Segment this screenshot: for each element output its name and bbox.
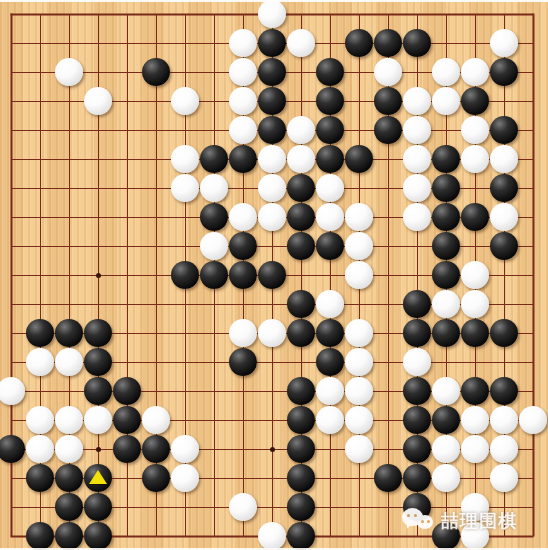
white-stone [432, 58, 460, 86]
white-stone [461, 116, 489, 144]
black-stone [403, 29, 431, 57]
black-stone [403, 464, 431, 492]
black-stone [490, 232, 518, 260]
white-stone [345, 232, 373, 260]
go-diagram: 喆理围棋 [0, 0, 548, 550]
white-stone [490, 29, 518, 57]
black-stone [258, 261, 286, 289]
black-stone [316, 116, 344, 144]
black-stone [287, 522, 315, 550]
white-stone [432, 464, 460, 492]
black-stone [345, 145, 373, 173]
black-stone [490, 174, 518, 202]
white-stone [461, 406, 489, 434]
grid-line-vertical [533, 14, 534, 536]
star-point [96, 447, 101, 452]
white-stone [345, 348, 373, 376]
white-stone [374, 58, 402, 86]
star-point [96, 273, 101, 278]
black-stone [403, 406, 431, 434]
white-stone [258, 522, 286, 550]
black-stone [374, 87, 402, 115]
black-stone [113, 406, 141, 434]
black-stone [316, 58, 344, 86]
black-stone [345, 29, 373, 57]
black-stone [316, 145, 344, 173]
white-stone [432, 290, 460, 318]
black-stone [113, 435, 141, 463]
white-stone [0, 377, 25, 405]
white-stone [345, 435, 373, 463]
black-stone [432, 406, 460, 434]
white-stone [432, 377, 460, 405]
black-stone [432, 522, 460, 550]
black-stone [200, 203, 228, 231]
black-stone [432, 319, 460, 347]
black-stone [461, 87, 489, 115]
black-stone [287, 377, 315, 405]
white-stone [26, 435, 54, 463]
white-stone [84, 406, 112, 434]
white-stone [490, 145, 518, 173]
white-stone [490, 435, 518, 463]
black-stone [26, 319, 54, 347]
white-stone [345, 319, 373, 347]
white-stone [403, 174, 431, 202]
white-stone [403, 87, 431, 115]
black-stone [142, 435, 170, 463]
black-stone [287, 319, 315, 347]
white-stone [171, 87, 199, 115]
white-stone [461, 290, 489, 318]
black-stone [142, 58, 170, 86]
white-stone [84, 87, 112, 115]
black-stone [287, 464, 315, 492]
white-stone [519, 406, 547, 434]
black-stone [374, 116, 402, 144]
black-stone [287, 203, 315, 231]
black-stone [287, 232, 315, 260]
white-stone [461, 493, 489, 521]
white-stone [345, 377, 373, 405]
black-stone [84, 522, 112, 550]
black-stone [490, 116, 518, 144]
white-stone [403, 116, 431, 144]
white-stone [229, 87, 257, 115]
black-stone [55, 464, 83, 492]
white-stone [287, 116, 315, 144]
black-stone [287, 493, 315, 521]
white-stone [461, 145, 489, 173]
black-stone [432, 232, 460, 260]
black-stone [374, 29, 402, 57]
black-stone [403, 290, 431, 318]
white-stone [229, 29, 257, 57]
black-stone [258, 87, 286, 115]
black-stone [316, 348, 344, 376]
black-stone [258, 58, 286, 86]
white-stone [258, 145, 286, 173]
black-stone [84, 319, 112, 347]
white-stone [403, 203, 431, 231]
black-stone [258, 29, 286, 57]
white-stone [55, 406, 83, 434]
top-edge-line [0, 0, 548, 2]
black-stone [0, 435, 25, 463]
white-stone [171, 464, 199, 492]
white-stone [461, 435, 489, 463]
black-stone [374, 464, 402, 492]
black-stone [287, 174, 315, 202]
white-stone [403, 348, 431, 376]
black-stone [55, 493, 83, 521]
black-stone [490, 377, 518, 405]
black-stone [200, 261, 228, 289]
white-stone [229, 319, 257, 347]
white-stone [287, 29, 315, 57]
white-stone [461, 261, 489, 289]
black-stone [316, 87, 344, 115]
black-stone [316, 319, 344, 347]
black-stone [432, 261, 460, 289]
black-stone [432, 145, 460, 173]
white-stone [55, 435, 83, 463]
white-stone [229, 58, 257, 86]
white-stone [26, 406, 54, 434]
black-stone [229, 145, 257, 173]
black-stone [287, 435, 315, 463]
white-stone [316, 406, 344, 434]
black-stone [258, 116, 286, 144]
black-stone [403, 435, 431, 463]
white-stone [258, 174, 286, 202]
white-stone [345, 261, 373, 289]
black-stone [490, 319, 518, 347]
white-stone [316, 174, 344, 202]
black-stone [84, 493, 112, 521]
black-stone [84, 348, 112, 376]
white-stone [229, 203, 257, 231]
white-stone [461, 522, 489, 550]
white-stone [258, 203, 286, 231]
black-stone [287, 290, 315, 318]
white-stone [171, 145, 199, 173]
white-stone [229, 116, 257, 144]
white-stone [26, 348, 54, 376]
black-stone [461, 203, 489, 231]
white-stone [316, 377, 344, 405]
white-stone [55, 348, 83, 376]
black-stone [200, 145, 228, 173]
black-stone [287, 406, 315, 434]
white-stone [345, 406, 373, 434]
go-board [0, 0, 548, 550]
white-stone [316, 203, 344, 231]
triangle-marker [89, 470, 107, 484]
white-stone [403, 145, 431, 173]
black-stone [461, 377, 489, 405]
white-stone [432, 435, 460, 463]
white-stone [229, 493, 257, 521]
black-stone [55, 319, 83, 347]
white-stone [461, 58, 489, 86]
white-stone [142, 406, 170, 434]
white-stone [490, 464, 518, 492]
black-stone [142, 464, 170, 492]
black-stone [316, 232, 344, 260]
white-stone [171, 174, 199, 202]
white-stone [345, 203, 373, 231]
black-stone [229, 261, 257, 289]
black-stone [432, 174, 460, 202]
black-stone [229, 348, 257, 376]
black-stone [403, 377, 431, 405]
black-stone [490, 58, 518, 86]
black-stone [461, 319, 489, 347]
star-point [270, 447, 275, 452]
white-stone [55, 58, 83, 86]
black-stone [403, 493, 431, 521]
white-stone [316, 290, 344, 318]
black-stone [84, 377, 112, 405]
white-stone [171, 435, 199, 463]
black-stone [113, 377, 141, 405]
white-stone [200, 232, 228, 260]
black-stone [55, 522, 83, 550]
black-stone [432, 203, 460, 231]
black-stone [26, 522, 54, 550]
white-stone [432, 87, 460, 115]
white-stone [258, 0, 286, 28]
black-stone [26, 464, 54, 492]
black-stone [171, 261, 199, 289]
white-stone [287, 145, 315, 173]
black-stone [403, 319, 431, 347]
black-stone [229, 232, 257, 260]
white-stone [200, 174, 228, 202]
white-stone [490, 406, 518, 434]
white-stone [258, 319, 286, 347]
white-stone [490, 203, 518, 231]
